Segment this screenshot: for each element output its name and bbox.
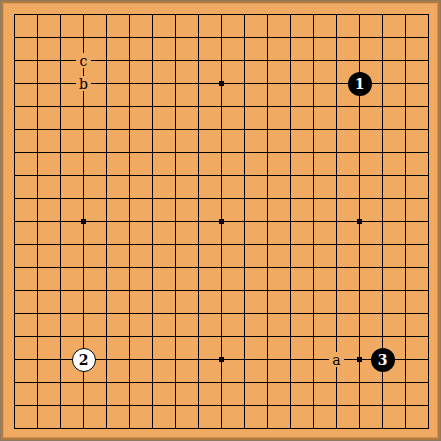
star-point [219, 357, 224, 362]
grid-line-horizontal [14, 428, 429, 429]
grid-line-horizontal [14, 405, 429, 406]
grid-line-horizontal [14, 290, 429, 291]
grid-line-vertical [313, 14, 314, 429]
grid-line-vertical [290, 14, 291, 429]
star-point [357, 219, 362, 224]
star-point [219, 81, 224, 86]
stone-black-1: 1 [348, 72, 372, 96]
grid-line-horizontal [14, 382, 429, 383]
grid-line-vertical [428, 14, 429, 429]
point-label-a: a [329, 352, 344, 367]
stone-white-2: 2 [72, 348, 96, 372]
star-point [81, 219, 86, 224]
grid-line-vertical [244, 14, 245, 429]
star-point [219, 219, 224, 224]
grid-line-horizontal [14, 313, 429, 314]
point-label-b: b [76, 76, 91, 91]
stone-black-3: 3 [371, 348, 395, 372]
point-label-c: c [76, 53, 91, 68]
grid-line-vertical [267, 14, 268, 429]
star-point [357, 357, 362, 362]
grid-line-horizontal [14, 267, 429, 268]
go-board: abc123 [0, 0, 441, 441]
grid-line-vertical [405, 14, 406, 429]
grid-line-horizontal [14, 336, 429, 337]
grid-line-horizontal [14, 244, 429, 245]
